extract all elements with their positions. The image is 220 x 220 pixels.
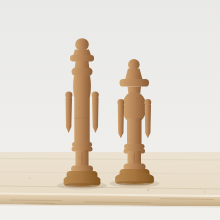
left-hat-pom	[75, 38, 89, 50]
right-hat-brim	[120, 79, 150, 87]
right-hat-pom	[128, 59, 140, 70]
left-head	[75, 61, 90, 69]
left-hat-brim	[70, 55, 94, 62]
scene-canvas	[0, 0, 220, 220]
right-shoulder-ball-l	[117, 99, 124, 106]
left-hat-cup	[73, 50, 91, 56]
right-arm-r	[145, 105, 151, 138]
wood-knot	[147, 189, 150, 192]
right-belt-upper	[124, 144, 145, 149]
right-shoulder-ball-r	[144, 99, 151, 106]
right-base-rim-shade	[116, 181, 154, 185]
right-hat-cup	[125, 69, 143, 80]
wood-knot-small	[204, 191, 206, 193]
left-torso	[73, 76, 91, 143]
right-arm-l	[118, 105, 124, 138]
left-belt-upper	[72, 142, 92, 147]
product-photo-stage	[0, 0, 220, 220]
left-base-rim-shade	[64, 183, 100, 187]
right-torso-column	[127, 118, 142, 146]
wood-speck	[29, 177, 31, 179]
left-collar-disc	[72, 68, 93, 77]
table	[0, 152, 220, 220]
